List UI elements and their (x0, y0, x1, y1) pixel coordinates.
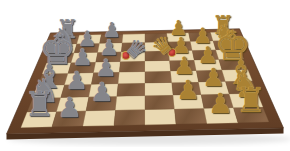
board-square[interactable] (192, 50, 219, 60)
board-square[interactable] (74, 43, 99, 53)
board-square[interactable] (77, 35, 101, 44)
board-square[interactable] (98, 43, 123, 53)
board-square[interactable] (118, 72, 145, 84)
board-square[interactable] (173, 94, 204, 109)
board-square[interactable] (100, 34, 124, 43)
chess-board[interactable] (0, 0, 290, 151)
board-square[interactable] (21, 111, 57, 127)
board-square[interactable] (167, 33, 191, 42)
board-square[interactable] (89, 84, 118, 97)
board-square[interactable] (171, 70, 199, 82)
board-square[interactable] (33, 85, 65, 98)
board-square[interactable] (61, 84, 92, 97)
board-square[interactable] (51, 44, 77, 54)
board-square[interactable] (47, 53, 74, 63)
board-square[interactable] (168, 41, 193, 51)
board-square[interactable] (57, 97, 89, 112)
board-square[interactable] (96, 52, 122, 62)
board-square[interactable] (27, 98, 61, 113)
board-square[interactable] (204, 108, 238, 124)
board-square[interactable] (145, 60, 171, 71)
board-square[interactable] (145, 33, 168, 42)
board-square[interactable] (54, 35, 79, 44)
board-square[interactable] (199, 81, 230, 94)
board-square[interactable] (225, 81, 257, 94)
board-square[interactable] (42, 63, 71, 74)
board-square[interactable] (170, 60, 197, 71)
board-square[interactable] (219, 59, 248, 70)
board-square[interactable] (229, 93, 263, 107)
board-square[interactable] (145, 82, 173, 95)
board-square[interactable] (119, 61, 145, 72)
board-square[interactable] (122, 34, 145, 43)
board-square[interactable] (71, 52, 98, 62)
board-square[interactable] (116, 96, 146, 111)
board-square[interactable] (211, 32, 236, 41)
board-square[interactable] (68, 62, 96, 73)
board-square[interactable] (233, 107, 269, 123)
board-square[interactable] (201, 94, 233, 108)
board-square[interactable] (145, 109, 176, 125)
board-square[interactable] (145, 51, 170, 61)
board-square[interactable] (175, 108, 208, 124)
board-square[interactable] (145, 95, 175, 110)
board-square[interactable] (94, 62, 121, 73)
board-square[interactable] (83, 110, 116, 126)
board-square[interactable] (222, 69, 252, 81)
board-square[interactable] (194, 59, 222, 70)
board-square[interactable] (216, 49, 244, 59)
board-square[interactable] (38, 73, 68, 85)
board-square[interactable] (114, 110, 145, 126)
product-photo-scene: ♜♟♜♟♞♟♞♟♝♟♝♟♛♛♚♟♚♟♟♟♝♟♝♟♞♟♞♟♜♟♜♟ (0, 0, 290, 151)
board-square[interactable] (213, 40, 239, 49)
board-square[interactable] (120, 51, 145, 61)
board-square[interactable] (172, 82, 201, 95)
board-square[interactable] (145, 71, 172, 83)
board-square[interactable] (169, 50, 195, 60)
board-square[interactable] (189, 33, 213, 42)
board-square[interactable] (196, 70, 225, 82)
board-square[interactable] (117, 83, 145, 96)
board-square[interactable] (52, 111, 86, 127)
board-square[interactable] (91, 72, 119, 84)
board-square[interactable] (65, 73, 94, 85)
board-square[interactable] (190, 41, 215, 51)
board-square[interactable] (121, 42, 145, 52)
board-square[interactable] (86, 96, 117, 111)
board-square[interactable] (145, 42, 169, 52)
